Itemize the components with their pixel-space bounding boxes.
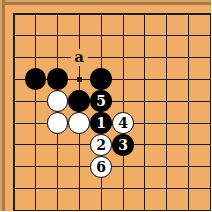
- black-stone: [47, 68, 69, 90]
- white-stone: [47, 90, 69, 112]
- go-board-diagram: a514236: [0, 0, 211, 211]
- black-stone-move-5: 5: [90, 90, 112, 112]
- white-stone: [68, 112, 90, 134]
- point-label-a: a: [71, 49, 88, 66]
- grid-line-horizontal: [13, 57, 212, 58]
- grid-line-vertical: [166, 13, 167, 212]
- black-stone: [68, 90, 90, 112]
- grid-line-vertical: [35, 13, 36, 212]
- grid-line-horizontal: [13, 188, 212, 189]
- hoshi-marker: [77, 77, 82, 82]
- black-stone-move-3: 3: [112, 134, 134, 156]
- grid-line-horizontal: [13, 210, 212, 211]
- grid-line-vertical: [188, 13, 189, 212]
- grid-line-vertical: [13, 13, 15, 212]
- white-stone-move-4: 4: [112, 112, 134, 134]
- black-stone-move-1: 1: [90, 112, 112, 134]
- black-stone: [90, 68, 112, 90]
- grid-line-vertical: [144, 13, 145, 212]
- white-stone-move-2: 2: [90, 134, 112, 156]
- grid-line-vertical: [210, 13, 211, 212]
- board-border-left-dark: [2, 0, 5, 211]
- grid-line-horizontal: [13, 35, 212, 36]
- grid-line-horizontal: [13, 13, 212, 15]
- black-stone: [25, 68, 47, 90]
- white-stone: [47, 112, 69, 134]
- board-border-top-dark: [0, 2, 211, 5]
- white-stone-move-6: 6: [90, 156, 112, 178]
